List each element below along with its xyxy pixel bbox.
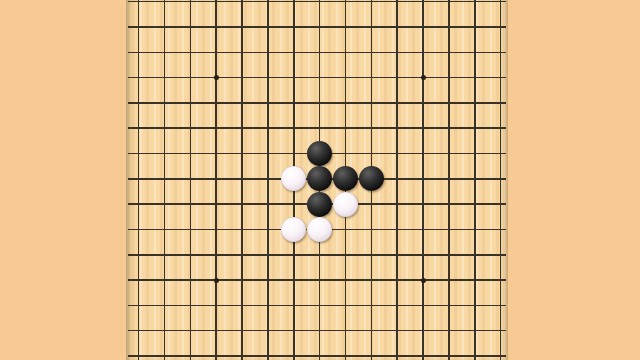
- stone-white-H6[interactable]: [307, 217, 332, 242]
- go-app-window: [0, 0, 640, 360]
- grid-line-vertical-15: [500, 0, 502, 360]
- stone-black-H8[interactable]: [307, 166, 332, 191]
- hoshi-point-4-4: [214, 75, 219, 80]
- grid-line-horizontal-14: [128, 330, 506, 332]
- grid-line-vertical-14: [474, 0, 476, 360]
- grid-line-horizontal-13: [128, 305, 506, 307]
- grid-line-horizontal-15: [128, 355, 506, 357]
- stone-black-K8[interactable]: [359, 166, 384, 191]
- go-board[interactable]: [126, 0, 508, 360]
- hoshi-point-4-12: [214, 278, 219, 283]
- hoshi-point-12-4: [421, 75, 426, 80]
- stone-black-H9[interactable]: [307, 141, 332, 166]
- stone-white-G6[interactable]: [281, 217, 306, 242]
- stone-black-J8[interactable]: [333, 166, 358, 191]
- stone-white-G8[interactable]: [281, 166, 306, 191]
- stone-black-H7[interactable]: [307, 192, 332, 217]
- stone-white-J7[interactable]: [333, 192, 358, 217]
- hoshi-point-12-12: [421, 278, 426, 283]
